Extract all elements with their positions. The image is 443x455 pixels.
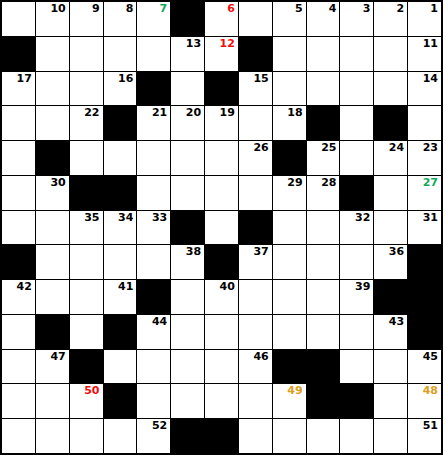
cell-r1c9[interactable] xyxy=(307,37,340,71)
block-cell-r9c3 xyxy=(104,315,137,349)
cell-r12c0[interactable] xyxy=(2,419,35,453)
block-cell-r4c8 xyxy=(273,141,306,175)
cell-r9c9[interactable] xyxy=(307,315,340,349)
clue-number-29: 29 xyxy=(287,176,302,189)
clue-number-27: 27 xyxy=(423,176,438,189)
clue-number-33: 33 xyxy=(152,211,167,224)
cell-r7c10[interactable] xyxy=(340,245,373,279)
clue-number-25: 25 xyxy=(321,141,336,154)
cell-r8c5[interactable] xyxy=(171,280,204,314)
cell-r9c7[interactable] xyxy=(239,315,272,349)
cell-r6c1[interactable] xyxy=(36,211,69,245)
cell-r10c12[interactable]: 45 xyxy=(408,350,441,384)
cell-r10c3[interactable] xyxy=(104,350,137,384)
clue-number-11: 11 xyxy=(423,37,438,50)
cell-r12c1[interactable] xyxy=(36,419,69,453)
cell-r11c0[interactable] xyxy=(2,384,35,418)
cell-r2c10[interactable] xyxy=(340,72,373,106)
cell-r6c4[interactable]: 33 xyxy=(137,211,170,245)
block-cell-r11c3 xyxy=(104,384,137,418)
clue-number-43: 43 xyxy=(389,315,404,328)
clue-number-46: 46 xyxy=(253,350,268,363)
cell-r12c2[interactable] xyxy=(70,419,103,453)
cell-r7c1[interactable] xyxy=(36,245,69,279)
cell-r3c12[interactable] xyxy=(408,106,441,140)
cell-r8c9[interactable] xyxy=(307,280,340,314)
cell-r10c7[interactable]: 46 xyxy=(239,350,272,384)
clue-number-41: 41 xyxy=(118,280,133,293)
cell-r10c11[interactable] xyxy=(374,350,407,384)
cell-r2c7[interactable]: 15 xyxy=(239,72,272,106)
clue-number-30: 30 xyxy=(50,176,65,189)
clue-number-6: 6 xyxy=(227,2,235,15)
clue-number-4: 4 xyxy=(329,2,337,15)
cell-r0c11[interactable]: 2 xyxy=(374,2,407,36)
cell-r3c8[interactable]: 18 xyxy=(273,106,306,140)
cell-r8c6[interactable]: 40 xyxy=(205,280,238,314)
block-cell-r10c8 xyxy=(273,350,306,384)
clue-number-39: 39 xyxy=(355,280,370,293)
cell-r10c4[interactable] xyxy=(137,350,170,384)
block-cell-r5c10 xyxy=(340,176,373,210)
clue-number-15: 15 xyxy=(253,72,268,85)
cell-r9c6[interactable] xyxy=(205,315,238,349)
cell-r1c1[interactable] xyxy=(36,37,69,71)
clue-number-40: 40 xyxy=(220,280,235,293)
clue-number-31: 31 xyxy=(423,211,438,224)
cell-r10c10[interactable] xyxy=(340,350,373,384)
block-cell-r10c2 xyxy=(70,350,103,384)
block-cell-r2c6 xyxy=(205,72,238,106)
cell-r0c4[interactable]: 7 xyxy=(137,2,170,36)
cell-r4c2[interactable] xyxy=(70,141,103,175)
cell-r4c6[interactable] xyxy=(205,141,238,175)
cell-r10c1[interactable]: 47 xyxy=(36,350,69,384)
cell-r1c5[interactable]: 13 xyxy=(171,37,204,71)
cell-r1c8[interactable] xyxy=(273,37,306,71)
cell-r6c11[interactable] xyxy=(374,211,407,245)
cell-r8c3[interactable]: 41 xyxy=(104,280,137,314)
cell-r1c6[interactable]: 12 xyxy=(205,37,238,71)
block-cell-r5c3 xyxy=(104,176,137,210)
clue-number-32: 32 xyxy=(355,211,370,224)
cell-r9c4[interactable]: 44 xyxy=(137,315,170,349)
cell-r12c8[interactable] xyxy=(273,419,306,453)
cell-r5c8[interactable]: 29 xyxy=(273,176,306,210)
cell-r6c6[interactable] xyxy=(205,211,238,245)
cell-r9c8[interactable] xyxy=(273,315,306,349)
cell-r7c2[interactable] xyxy=(70,245,103,279)
block-cell-r7c6 xyxy=(205,245,238,279)
block-cell-r7c0 xyxy=(2,245,35,279)
cell-r6c3[interactable]: 34 xyxy=(104,211,137,245)
clue-number-50: 50 xyxy=(84,384,99,397)
clue-number-7: 7 xyxy=(160,2,168,15)
cell-r2c9[interactable] xyxy=(307,72,340,106)
cell-r12c12[interactable]: 51 xyxy=(408,419,441,453)
clue-number-17: 17 xyxy=(17,72,32,85)
clue-number-5: 5 xyxy=(295,2,303,15)
crossword-board: 1098765432113121117161514222120191826252… xyxy=(0,0,443,455)
cell-r0c3[interactable]: 8 xyxy=(104,2,137,36)
block-cell-r10c9 xyxy=(307,350,340,384)
clue-number-47: 47 xyxy=(50,350,65,363)
cell-r7c3[interactable] xyxy=(104,245,137,279)
cell-r5c9[interactable]: 28 xyxy=(307,176,340,210)
cell-r1c2[interactable] xyxy=(70,37,103,71)
cell-r2c0[interactable]: 17 xyxy=(2,72,35,106)
block-cell-r8c4 xyxy=(137,280,170,314)
clue-number-44: 44 xyxy=(152,315,167,328)
clue-number-20: 20 xyxy=(186,106,201,119)
cell-r7c7[interactable]: 37 xyxy=(239,245,272,279)
cell-r3c10[interactable] xyxy=(340,106,373,140)
cell-r11c7[interactable] xyxy=(239,384,272,418)
clue-number-16: 16 xyxy=(118,72,133,85)
clue-number-12: 12 xyxy=(220,37,235,50)
cell-r8c1[interactable] xyxy=(36,280,69,314)
cell-r2c5[interactable] xyxy=(171,72,204,106)
block-cell-r2c4 xyxy=(137,72,170,106)
cell-r6c10[interactable]: 32 xyxy=(340,211,373,245)
cell-r8c8[interactable] xyxy=(273,280,306,314)
cell-r5c7[interactable] xyxy=(239,176,272,210)
cell-r2c2[interactable] xyxy=(70,72,103,106)
cell-r3c5[interactable]: 20 xyxy=(171,106,204,140)
block-cell-r9c1 xyxy=(36,315,69,349)
cell-r5c6[interactable] xyxy=(205,176,238,210)
cell-r12c7[interactable] xyxy=(239,419,272,453)
cell-r4c11[interactable]: 24 xyxy=(374,141,407,175)
cell-r0c0[interactable] xyxy=(2,2,35,36)
block-cell-r1c7 xyxy=(239,37,272,71)
cell-r0c12[interactable]: 1 xyxy=(408,2,441,36)
clue-number-45: 45 xyxy=(423,350,438,363)
cell-r4c12[interactable]: 23 xyxy=(408,141,441,175)
cell-r6c12[interactable]: 31 xyxy=(408,211,441,245)
cell-r4c3[interactable] xyxy=(104,141,137,175)
cell-r6c8[interactable] xyxy=(273,211,306,245)
clue-number-3: 3 xyxy=(363,2,371,15)
clue-number-48: 48 xyxy=(423,384,438,397)
cell-r1c12[interactable]: 11 xyxy=(408,37,441,71)
block-cell-r12c5 xyxy=(171,419,204,453)
clue-number-8: 8 xyxy=(126,2,134,15)
cell-r0c9[interactable]: 4 xyxy=(307,2,340,36)
cell-r4c10[interactable] xyxy=(340,141,373,175)
cell-r10c5[interactable] xyxy=(171,350,204,384)
cell-r7c11[interactable]: 36 xyxy=(374,245,407,279)
cell-r11c11[interactable] xyxy=(374,384,407,418)
clue-number-37: 37 xyxy=(253,245,268,258)
clue-number-28: 28 xyxy=(321,176,336,189)
cell-r5c4[interactable] xyxy=(137,176,170,210)
clue-number-36: 36 xyxy=(389,245,404,258)
clue-number-51: 51 xyxy=(423,419,438,432)
cell-r2c11[interactable] xyxy=(374,72,407,106)
cell-r9c11[interactable]: 43 xyxy=(374,315,407,349)
cell-r3c2[interactable]: 22 xyxy=(70,106,103,140)
cell-r12c3[interactable] xyxy=(104,419,137,453)
clue-number-14: 14 xyxy=(423,72,438,85)
clue-number-1: 1 xyxy=(430,2,438,15)
cell-r2c8[interactable] xyxy=(273,72,306,106)
cell-r8c2[interactable] xyxy=(70,280,103,314)
cell-r4c5[interactable] xyxy=(171,141,204,175)
cell-r5c11[interactable] xyxy=(374,176,407,210)
cell-r2c12[interactable]: 14 xyxy=(408,72,441,106)
clue-number-18: 18 xyxy=(287,106,302,119)
block-cell-r11c9 xyxy=(307,384,340,418)
cell-r10c6[interactable] xyxy=(205,350,238,384)
clue-number-13: 13 xyxy=(186,37,201,50)
block-cell-r6c5 xyxy=(171,211,204,245)
cell-r4c9[interactable]: 25 xyxy=(307,141,340,175)
clue-number-23: 23 xyxy=(423,141,438,154)
cell-r3c4[interactable]: 21 xyxy=(137,106,170,140)
clue-number-35: 35 xyxy=(84,211,99,224)
cell-r11c4[interactable] xyxy=(137,384,170,418)
block-cell-r11c10 xyxy=(340,384,373,418)
cell-r12c11[interactable] xyxy=(374,419,407,453)
block-cell-r4c1 xyxy=(36,141,69,175)
cell-r3c6[interactable]: 19 xyxy=(205,106,238,140)
clue-number-34: 34 xyxy=(118,211,133,224)
cell-r1c11[interactable] xyxy=(374,37,407,71)
cell-r12c4[interactable]: 52 xyxy=(137,419,170,453)
block-cell-r1c0 xyxy=(2,37,35,71)
clue-number-21: 21 xyxy=(152,106,167,119)
cell-r3c7[interactable] xyxy=(239,106,272,140)
cell-r5c1[interactable]: 30 xyxy=(36,176,69,210)
cell-r9c5[interactable] xyxy=(171,315,204,349)
cell-r3c1[interactable] xyxy=(36,106,69,140)
cell-r8c10[interactable]: 39 xyxy=(340,280,373,314)
block-cell-r3c3 xyxy=(104,106,137,140)
cell-r0c6[interactable]: 6 xyxy=(205,2,238,36)
cell-r9c2[interactable] xyxy=(70,315,103,349)
cell-r5c5[interactable] xyxy=(171,176,204,210)
cell-r0c7[interactable] xyxy=(239,2,272,36)
cell-r9c0[interactable] xyxy=(2,315,35,349)
cell-r1c3[interactable] xyxy=(104,37,137,71)
cell-r0c10[interactable]: 3 xyxy=(340,2,373,36)
clue-number-2: 2 xyxy=(396,2,404,15)
cell-r11c6[interactable] xyxy=(205,384,238,418)
clue-number-9: 9 xyxy=(92,2,100,15)
clue-number-22: 22 xyxy=(84,106,99,119)
cell-r11c2[interactable]: 50 xyxy=(70,384,103,418)
cell-r12c10[interactable] xyxy=(340,419,373,453)
cell-r2c1[interactable] xyxy=(36,72,69,106)
cell-r3c0[interactable] xyxy=(2,106,35,140)
cell-r2c3[interactable]: 16 xyxy=(104,72,137,106)
clue-number-10: 10 xyxy=(50,2,65,15)
cell-r0c1[interactable]: 10 xyxy=(36,2,69,36)
block-cell-r12c6 xyxy=(205,419,238,453)
clue-number-52: 52 xyxy=(152,419,167,432)
cell-r11c8[interactable]: 49 xyxy=(273,384,306,418)
cell-r11c1[interactable] xyxy=(36,384,69,418)
cell-r7c5[interactable]: 38 xyxy=(171,245,204,279)
block-cell-r9c12 xyxy=(408,315,441,349)
cell-r5c0[interactable] xyxy=(2,176,35,210)
cell-r8c7[interactable] xyxy=(239,280,272,314)
cell-r7c9[interactable] xyxy=(307,245,340,279)
cell-r0c2[interactable]: 9 xyxy=(70,2,103,36)
block-cell-r5c2 xyxy=(70,176,103,210)
cell-r6c0[interactable] xyxy=(2,211,35,245)
cell-r11c5[interactable] xyxy=(171,384,204,418)
cell-r4c4[interactable] xyxy=(137,141,170,175)
clue-number-38: 38 xyxy=(186,245,201,258)
block-cell-r7c12 xyxy=(408,245,441,279)
cell-r11c12[interactable]: 48 xyxy=(408,384,441,418)
block-cell-r8c12 xyxy=(408,280,441,314)
block-cell-r0c5 xyxy=(171,2,204,36)
cell-r6c9[interactable] xyxy=(307,211,340,245)
cell-r0c8[interactable]: 5 xyxy=(273,2,306,36)
cell-r10c0[interactable] xyxy=(2,350,35,384)
cell-r1c10[interactable] xyxy=(340,37,373,71)
cell-r1c4[interactable] xyxy=(137,37,170,71)
block-cell-r3c9 xyxy=(307,106,340,140)
clue-number-26: 26 xyxy=(253,141,268,154)
cell-r7c8[interactable] xyxy=(273,245,306,279)
clue-number-19: 19 xyxy=(220,106,235,119)
block-cell-r8c11 xyxy=(374,280,407,314)
block-cell-r6c7 xyxy=(239,211,272,245)
cell-r4c0[interactable] xyxy=(2,141,35,175)
cell-r5c12[interactable]: 27 xyxy=(408,176,441,210)
cell-r4c7[interactable]: 26 xyxy=(239,141,272,175)
cell-r9c10[interactable] xyxy=(340,315,373,349)
cell-r8c0[interactable]: 42 xyxy=(2,280,35,314)
clue-number-49: 49 xyxy=(287,384,302,397)
cell-r12c9[interactable] xyxy=(307,419,340,453)
clue-number-24: 24 xyxy=(389,141,404,154)
clue-number-42: 42 xyxy=(17,280,32,293)
block-cell-r3c11 xyxy=(374,106,407,140)
cell-r7c4[interactable] xyxy=(137,245,170,279)
cell-r6c2[interactable]: 35 xyxy=(70,211,103,245)
